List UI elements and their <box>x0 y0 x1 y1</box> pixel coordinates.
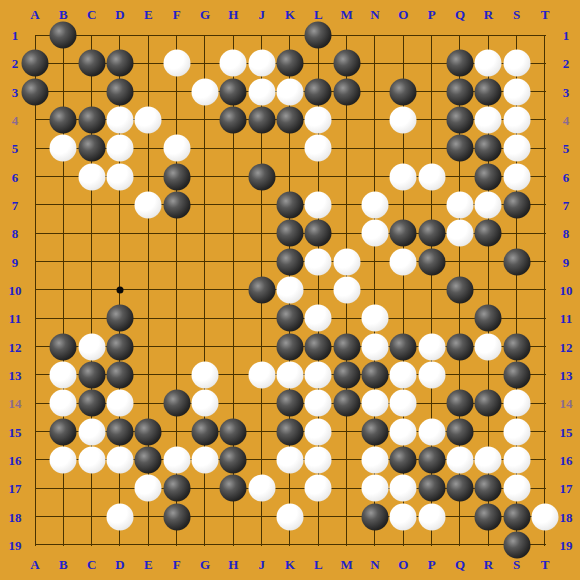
stone-S19 <box>503 531 530 558</box>
stone-K15 <box>276 418 303 445</box>
stone-S15 <box>503 418 530 445</box>
stone-Q12 <box>446 333 473 360</box>
stone-K9 <box>276 248 303 275</box>
col-label-bottom-G: G <box>200 558 210 571</box>
row-label-right-16: 16 <box>560 453 573 466</box>
col-label-bottom-B: B <box>59 558 68 571</box>
stone-H15 <box>220 418 247 445</box>
stone-P6 <box>418 163 445 190</box>
col-label-bottom-C: C <box>87 558 96 571</box>
row-label-right-10: 10 <box>560 283 573 296</box>
stone-L16 <box>305 446 332 473</box>
stone-Q7 <box>446 191 473 218</box>
col-label-top-R: R <box>484 8 493 21</box>
stone-K7 <box>276 191 303 218</box>
stone-J6 <box>248 163 275 190</box>
col-label-top-G: G <box>200 8 210 21</box>
col-label-bottom-J: J <box>258 558 265 571</box>
stone-M2 <box>333 50 360 77</box>
stone-P9 <box>418 248 445 275</box>
stone-C5 <box>78 135 105 162</box>
stone-F14 <box>163 390 190 417</box>
stone-B13 <box>50 361 77 388</box>
grid-line-vertical <box>544 35 545 546</box>
row-label-left-15: 15 <box>9 425 22 438</box>
col-label-bottom-Q: Q <box>455 558 465 571</box>
row-label-left-7: 7 <box>12 198 19 211</box>
stone-S9 <box>503 248 530 275</box>
stone-R18 <box>475 503 502 530</box>
stone-C16 <box>78 446 105 473</box>
row-label-left-4: 4 <box>12 113 19 126</box>
col-label-top-N: N <box>370 8 379 21</box>
stone-Q10 <box>446 276 473 303</box>
col-label-top-E: E <box>144 8 153 21</box>
stone-M14 <box>333 390 360 417</box>
stone-R16 <box>475 446 502 473</box>
stone-C4 <box>78 106 105 133</box>
stone-E16 <box>135 446 162 473</box>
grid-line-vertical <box>35 35 36 546</box>
stone-R5 <box>475 135 502 162</box>
col-label-bottom-L: L <box>314 558 323 571</box>
col-label-bottom-T: T <box>541 558 550 571</box>
stone-C6 <box>78 163 105 190</box>
row-label-left-18: 18 <box>9 510 22 523</box>
stone-S4 <box>503 106 530 133</box>
stone-C13 <box>78 361 105 388</box>
stone-E4 <box>135 106 162 133</box>
stone-J10 <box>248 276 275 303</box>
col-label-top-O: O <box>398 8 408 21</box>
row-label-left-6: 6 <box>12 170 19 183</box>
stone-S16 <box>503 446 530 473</box>
stone-D11 <box>106 305 133 332</box>
stone-C14 <box>78 390 105 417</box>
col-label-top-S: S <box>513 8 520 21</box>
stone-O16 <box>390 446 417 473</box>
stone-R2 <box>475 50 502 77</box>
stone-K18 <box>276 503 303 530</box>
stone-S14 <box>503 390 530 417</box>
stone-N14 <box>361 390 388 417</box>
stone-L3 <box>305 78 332 105</box>
col-label-bottom-O: O <box>398 558 408 571</box>
stone-L9 <box>305 248 332 275</box>
col-label-bottom-R: R <box>484 558 493 571</box>
row-label-right-7: 7 <box>563 198 570 211</box>
col-label-bottom-P: P <box>428 558 436 571</box>
stone-F18 <box>163 503 190 530</box>
stone-K16 <box>276 446 303 473</box>
stone-B12 <box>50 333 77 360</box>
row-label-left-10: 10 <box>9 283 22 296</box>
stone-N13 <box>361 361 388 388</box>
col-label-top-C: C <box>87 8 96 21</box>
row-label-left-14: 14 <box>9 397 22 410</box>
row-label-right-14: 14 <box>560 397 573 410</box>
stone-R11 <box>475 305 502 332</box>
row-label-right-18: 18 <box>560 510 573 523</box>
stone-G13 <box>191 361 218 388</box>
stone-O15 <box>390 418 417 445</box>
row-label-left-2: 2 <box>12 57 19 70</box>
grid-line-horizontal <box>35 35 546 36</box>
stone-Q3 <box>446 78 473 105</box>
stone-Q16 <box>446 446 473 473</box>
stone-Q15 <box>446 418 473 445</box>
stone-P16 <box>418 446 445 473</box>
stone-N11 <box>361 305 388 332</box>
stone-R6 <box>475 163 502 190</box>
stone-L11 <box>305 305 332 332</box>
stone-O18 <box>390 503 417 530</box>
col-label-bottom-M: M <box>341 558 353 571</box>
stone-D18 <box>106 503 133 530</box>
row-label-right-4: 4 <box>563 113 570 126</box>
stone-O8 <box>390 220 417 247</box>
stone-K4 <box>276 106 303 133</box>
row-label-right-17: 17 <box>560 482 573 495</box>
stone-R17 <box>475 475 502 502</box>
stone-G16 <box>191 446 218 473</box>
stone-J3 <box>248 78 275 105</box>
grid-line-horizontal <box>35 544 546 545</box>
stone-R8 <box>475 220 502 247</box>
row-label-left-19: 19 <box>9 538 22 551</box>
col-label-top-K: K <box>285 8 295 21</box>
stone-L13 <box>305 361 332 388</box>
col-label-bottom-H: H <box>228 558 238 571</box>
stone-L8 <box>305 220 332 247</box>
stone-O14 <box>390 390 417 417</box>
stone-F5 <box>163 135 190 162</box>
stone-B15 <box>50 418 77 445</box>
stone-P13 <box>418 361 445 388</box>
stone-D3 <box>106 78 133 105</box>
stone-D13 <box>106 361 133 388</box>
stone-B14 <box>50 390 77 417</box>
stone-O3 <box>390 78 417 105</box>
col-label-top-Q: Q <box>455 8 465 21</box>
stone-D5 <box>106 135 133 162</box>
stone-K13 <box>276 361 303 388</box>
go-board-screenshot: ABCDEFGHJKLMNOPQRST ABCDEFGHJKLMNOPQRST … <box>0 0 580 580</box>
col-label-top-T: T <box>541 8 550 21</box>
stone-E15 <box>135 418 162 445</box>
stone-B1 <box>50 22 77 49</box>
stone-P17 <box>418 475 445 502</box>
stone-S5 <box>503 135 530 162</box>
row-label-right-11: 11 <box>560 312 572 325</box>
stone-O4 <box>390 106 417 133</box>
col-label-bottom-E: E <box>144 558 153 571</box>
stone-J2 <box>248 50 275 77</box>
stone-F6 <box>163 163 190 190</box>
stone-R7 <box>475 191 502 218</box>
stone-Q14 <box>446 390 473 417</box>
col-label-bottom-S: S <box>513 558 520 571</box>
row-label-right-19: 19 <box>560 538 573 551</box>
row-label-right-6: 6 <box>563 170 570 183</box>
stone-G14 <box>191 390 218 417</box>
stone-L12 <box>305 333 332 360</box>
stone-H3 <box>220 78 247 105</box>
stone-J4 <box>248 106 275 133</box>
stone-P15 <box>418 418 445 445</box>
row-label-right-12: 12 <box>560 340 573 353</box>
stone-O13 <box>390 361 417 388</box>
row-label-left-8: 8 <box>12 227 19 240</box>
stone-P12 <box>418 333 445 360</box>
stone-R12 <box>475 333 502 360</box>
stone-G15 <box>191 418 218 445</box>
stone-D6 <box>106 163 133 190</box>
col-label-top-D: D <box>115 8 124 21</box>
col-label-top-L: L <box>314 8 323 21</box>
stone-M9 <box>333 248 360 275</box>
col-label-top-J: J <box>258 8 265 21</box>
stone-N17 <box>361 475 388 502</box>
stone-P18 <box>418 503 445 530</box>
stone-D4 <box>106 106 133 133</box>
stone-K2 <box>276 50 303 77</box>
stone-K14 <box>276 390 303 417</box>
row-label-left-1: 1 <box>12 29 19 42</box>
stone-B4 <box>50 106 77 133</box>
stone-D15 <box>106 418 133 445</box>
stone-B16 <box>50 446 77 473</box>
stone-O6 <box>390 163 417 190</box>
col-label-top-A: A <box>30 8 39 21</box>
stone-C12 <box>78 333 105 360</box>
stone-C2 <box>78 50 105 77</box>
stone-Q4 <box>446 106 473 133</box>
stone-O12 <box>390 333 417 360</box>
row-label-right-5: 5 <box>563 142 570 155</box>
row-label-left-3: 3 <box>12 85 19 98</box>
stone-G3 <box>191 78 218 105</box>
stone-K12 <box>276 333 303 360</box>
stone-M13 <box>333 361 360 388</box>
stone-Q17 <box>446 475 473 502</box>
stone-H4 <box>220 106 247 133</box>
row-label-left-5: 5 <box>12 142 19 155</box>
stone-N8 <box>361 220 388 247</box>
stone-L4 <box>305 106 332 133</box>
row-label-left-11: 11 <box>9 312 21 325</box>
stone-F7 <box>163 191 190 218</box>
stone-F16 <box>163 446 190 473</box>
stone-J13 <box>248 361 275 388</box>
col-label-top-F: F <box>173 8 181 21</box>
stone-D16 <box>106 446 133 473</box>
stone-J17 <box>248 475 275 502</box>
stone-S12 <box>503 333 530 360</box>
stone-N7 <box>361 191 388 218</box>
row-label-left-12: 12 <box>9 340 22 353</box>
stone-S17 <box>503 475 530 502</box>
row-label-right-1: 1 <box>563 29 570 42</box>
stone-L5 <box>305 135 332 162</box>
stone-D2 <box>106 50 133 77</box>
stone-E17 <box>135 475 162 502</box>
stone-L14 <box>305 390 332 417</box>
stone-M12 <box>333 333 360 360</box>
stone-K10 <box>276 276 303 303</box>
row-label-left-13: 13 <box>9 368 22 381</box>
stone-T18 <box>531 503 558 530</box>
col-label-top-H: H <box>228 8 238 21</box>
stone-N12 <box>361 333 388 360</box>
col-label-bottom-D: D <box>115 558 124 571</box>
stone-D14 <box>106 390 133 417</box>
stone-L15 <box>305 418 332 445</box>
stone-Q2 <box>446 50 473 77</box>
stone-H16 <box>220 446 247 473</box>
stone-N15 <box>361 418 388 445</box>
stone-F2 <box>163 50 190 77</box>
row-label-right-2: 2 <box>563 57 570 70</box>
stone-S2 <box>503 50 530 77</box>
stone-Q8 <box>446 220 473 247</box>
stone-K3 <box>276 78 303 105</box>
go-board[interactable]: ABCDEFGHJKLMNOPQRST ABCDEFGHJKLMNOPQRST … <box>0 0 580 580</box>
stone-S13 <box>503 361 530 388</box>
row-label-right-3: 3 <box>563 85 570 98</box>
col-label-bottom-A: A <box>30 558 39 571</box>
stone-N16 <box>361 446 388 473</box>
row-label-left-17: 17 <box>9 482 22 495</box>
stone-P8 <box>418 220 445 247</box>
stone-O9 <box>390 248 417 275</box>
stone-R14 <box>475 390 502 417</box>
stone-F17 <box>163 475 190 502</box>
stone-A2 <box>22 50 49 77</box>
col-label-bottom-N: N <box>370 558 379 571</box>
col-label-bottom-K: K <box>285 558 295 571</box>
stone-Q5 <box>446 135 473 162</box>
stone-S3 <box>503 78 530 105</box>
row-label-right-15: 15 <box>560 425 573 438</box>
stone-D12 <box>106 333 133 360</box>
col-label-top-M: M <box>341 8 353 21</box>
star-point-D10 <box>116 286 123 293</box>
stone-L7 <box>305 191 332 218</box>
stone-L1 <box>305 22 332 49</box>
stone-O17 <box>390 475 417 502</box>
row-label-right-9: 9 <box>563 255 570 268</box>
stone-M3 <box>333 78 360 105</box>
stone-H17 <box>220 475 247 502</box>
stone-A3 <box>22 78 49 105</box>
stone-R3 <box>475 78 502 105</box>
stone-E7 <box>135 191 162 218</box>
stone-S7 <box>503 191 530 218</box>
row-label-left-9: 9 <box>12 255 19 268</box>
row-label-right-8: 8 <box>563 227 570 240</box>
stone-K8 <box>276 220 303 247</box>
stone-R4 <box>475 106 502 133</box>
col-label-top-P: P <box>428 8 436 21</box>
col-label-bottom-F: F <box>173 558 181 571</box>
stone-H2 <box>220 50 247 77</box>
row-label-right-13: 13 <box>560 368 573 381</box>
stone-C15 <box>78 418 105 445</box>
stone-L17 <box>305 475 332 502</box>
stone-K11 <box>276 305 303 332</box>
col-label-top-B: B <box>59 8 68 21</box>
stone-B5 <box>50 135 77 162</box>
stone-S6 <box>503 163 530 190</box>
stone-M10 <box>333 276 360 303</box>
stone-S18 <box>503 503 530 530</box>
stone-N18 <box>361 503 388 530</box>
row-label-left-16: 16 <box>9 453 22 466</box>
